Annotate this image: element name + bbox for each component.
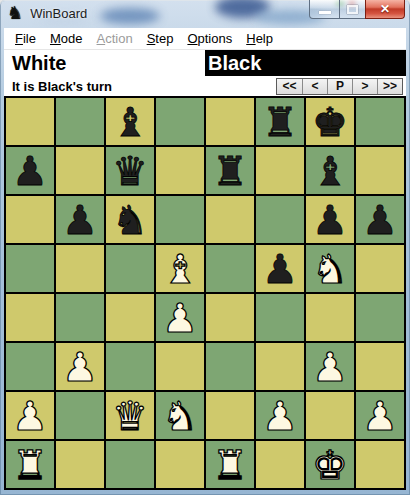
- piece-black-pawn: ♟: [362, 200, 398, 240]
- square-g8[interactable]: ♚: [306, 98, 354, 145]
- square-b8[interactable]: [56, 98, 104, 145]
- maximize-button[interactable]: [340, 0, 365, 19]
- square-b7[interactable]: [56, 147, 104, 194]
- square-g5[interactable]: ♞: [306, 245, 354, 292]
- menu-item-help[interactable]: Help: [239, 31, 280, 46]
- square-e3[interactable]: [206, 343, 254, 390]
- square-d5[interactable]: ♝: [156, 245, 204, 292]
- piece-black-rook: ♜: [262, 102, 298, 142]
- piece-white-pawn: ♟: [162, 298, 198, 338]
- square-h5[interactable]: [356, 245, 404, 292]
- window-content: File Mode Action Step Options Help White…: [4, 28, 406, 490]
- piece-white-bishop: ♝: [162, 249, 198, 289]
- square-h6[interactable]: ♟: [356, 196, 404, 243]
- minimize-button[interactable]: [309, 0, 340, 19]
- square-g3[interactable]: ♟: [306, 343, 354, 390]
- square-g7[interactable]: ♝: [306, 147, 354, 194]
- square-b4[interactable]: [56, 294, 104, 341]
- status-row: It is Black's turn << < P > >>: [4, 76, 406, 96]
- player-names-row: White Black: [4, 50, 406, 76]
- nav-step-back-button[interactable]: <: [302, 79, 327, 94]
- square-c5[interactable]: [106, 245, 154, 292]
- square-e2[interactable]: [206, 392, 254, 439]
- chess-board: ♝♜♚♟♛♜♝♟♞♟♟♝♟♞♟♟♟♟♛♞♟♟♜♜♚: [4, 96, 406, 490]
- square-c6[interactable]: ♞: [106, 196, 154, 243]
- piece-black-king: ♚: [312, 102, 348, 142]
- square-d4[interactable]: ♟: [156, 294, 204, 341]
- menu-item-mode[interactable]: Mode: [43, 31, 90, 46]
- nav-jump-to-end-button[interactable]: >>: [377, 79, 402, 94]
- square-f2[interactable]: ♟: [256, 392, 304, 439]
- menu-bar: File Mode Action Step Options Help: [4, 28, 406, 50]
- square-g2[interactable]: [306, 392, 354, 439]
- square-b1[interactable]: [56, 441, 104, 488]
- turn-status-text: It is Black's turn: [12, 79, 112, 94]
- piece-black-queen: ♛: [112, 151, 148, 191]
- winboard-knight-icon: ♞: [7, 4, 23, 22]
- square-b6[interactable]: ♟: [56, 196, 104, 243]
- square-g6[interactable]: ♟: [306, 196, 354, 243]
- square-d3[interactable]: [156, 343, 204, 390]
- square-h1[interactable]: [356, 441, 404, 488]
- move-navigation-buttons: << < P > >>: [276, 78, 403, 95]
- menu-item-options[interactable]: Options: [180, 31, 239, 46]
- square-f3[interactable]: [256, 343, 304, 390]
- white-player-label: White: [4, 50, 205, 76]
- square-d7[interactable]: [156, 147, 204, 194]
- square-d6[interactable]: [156, 196, 204, 243]
- square-f4[interactable]: [256, 294, 304, 341]
- square-f8[interactable]: ♜: [256, 98, 304, 145]
- menu-item-step[interactable]: Step: [140, 31, 181, 46]
- piece-black-pawn: ♟: [262, 249, 298, 289]
- piece-black-knight: ♞: [112, 200, 148, 240]
- piece-white-queen: ♛: [112, 396, 148, 436]
- piece-white-knight: ♞: [312, 249, 348, 289]
- piece-white-knight: ♞: [162, 396, 198, 436]
- square-h8[interactable]: [356, 98, 404, 145]
- piece-black-pawn: ♟: [62, 200, 98, 240]
- square-h7[interactable]: [356, 147, 404, 194]
- winboard-window: ♞ WinBoard ✕ File Mode Action Step Optio…: [0, 0, 410, 495]
- square-b5[interactable]: [56, 245, 104, 292]
- square-a5[interactable]: [6, 245, 54, 292]
- square-e5[interactable]: [206, 245, 254, 292]
- menu-item-action[interactable]: Action: [90, 31, 140, 46]
- square-b2[interactable]: [56, 392, 104, 439]
- square-f7[interactable]: [256, 147, 304, 194]
- square-a2[interactable]: ♟: [6, 392, 54, 439]
- square-c4[interactable]: [106, 294, 154, 341]
- square-a8[interactable]: [6, 98, 54, 145]
- square-e8[interactable]: [206, 98, 254, 145]
- square-a4[interactable]: [6, 294, 54, 341]
- piece-black-bishop: ♝: [312, 151, 348, 191]
- nav-jump-to-start-button[interactable]: <<: [277, 79, 302, 94]
- piece-black-bishop: ♝: [112, 102, 148, 142]
- window-title: WinBoard: [30, 6, 87, 21]
- piece-black-rook: ♜: [212, 151, 248, 191]
- minimize-icon: [319, 11, 331, 14]
- square-a3[interactable]: [6, 343, 54, 390]
- square-a6[interactable]: [6, 196, 54, 243]
- close-icon: ✕: [380, 2, 390, 16]
- square-d2[interactable]: ♞: [156, 392, 204, 439]
- square-e1[interactable]: ♜: [206, 441, 254, 488]
- menu-item-file[interactable]: File: [8, 31, 43, 46]
- square-a7[interactable]: ♟: [6, 147, 54, 194]
- piece-white-pawn: ♟: [12, 396, 48, 436]
- piece-black-pawn: ♟: [312, 200, 348, 240]
- square-d8[interactable]: [156, 98, 204, 145]
- square-d1[interactable]: [156, 441, 204, 488]
- square-b3[interactable]: ♟: [56, 343, 104, 390]
- square-e4[interactable]: [206, 294, 254, 341]
- square-g1[interactable]: ♚: [306, 441, 354, 488]
- nav-pause-button[interactable]: P: [327, 79, 352, 94]
- titlebar-glass-blur: [100, 8, 160, 24]
- square-f1[interactable]: [256, 441, 304, 488]
- piece-white-pawn: ♟: [312, 347, 348, 387]
- square-h3[interactable]: [356, 343, 404, 390]
- square-g4[interactable]: [306, 294, 354, 341]
- title-bar[interactable]: ♞ WinBoard ✕: [0, 0, 410, 28]
- square-a1[interactable]: ♜: [6, 441, 54, 488]
- square-e7[interactable]: ♜: [206, 147, 254, 194]
- piece-white-king: ♚: [312, 445, 348, 485]
- square-h4[interactable]: [356, 294, 404, 341]
- square-c1[interactable]: [106, 441, 154, 488]
- piece-white-pawn: ♟: [362, 396, 398, 436]
- square-c2[interactable]: ♛: [106, 392, 154, 439]
- piece-white-rook: ♜: [212, 445, 248, 485]
- square-h2[interactable]: ♟: [356, 392, 404, 439]
- piece-white-pawn: ♟: [62, 347, 98, 387]
- square-c3[interactable]: [106, 343, 154, 390]
- square-c7[interactable]: ♛: [106, 147, 154, 194]
- maximize-icon: [347, 5, 358, 14]
- piece-white-rook: ♜: [12, 445, 48, 485]
- black-player-label: Black: [205, 50, 406, 76]
- square-f5[interactable]: ♟: [256, 245, 304, 292]
- square-e6[interactable]: [206, 196, 254, 243]
- close-button[interactable]: ✕: [365, 0, 405, 19]
- square-c8[interactable]: ♝: [106, 98, 154, 145]
- piece-black-pawn: ♟: [12, 151, 48, 191]
- nav-step-forward-button[interactable]: >: [352, 79, 377, 94]
- square-f6[interactable]: [256, 196, 304, 243]
- piece-white-pawn: ♟: [262, 396, 298, 436]
